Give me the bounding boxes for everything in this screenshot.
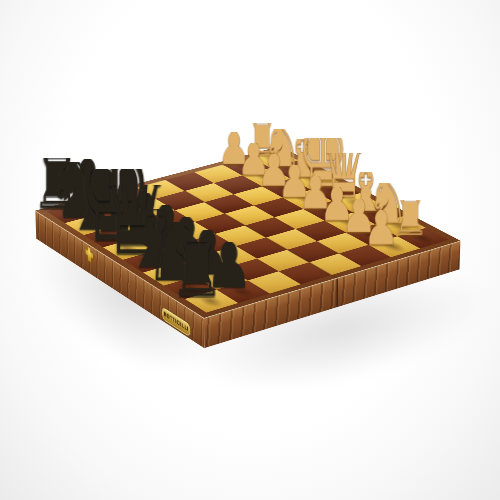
black-rook-icon: ♜	[154, 220, 240, 309]
piece-white-pawn[interactable]: ♟	[340, 210, 422, 250]
fold-seam	[335, 279, 338, 308]
piece-black-rook[interactable]: ♜	[154, 242, 240, 305]
white-pawn-icon: ♟	[340, 195, 422, 253]
chess-board: BOTTICELLI ♜♞♝♚♛♝♞♜♟♟♟♟♟♟♟♟♟♟♟♟♟♟♟♟♜♞♝♚♛…	[36, 172, 459, 347]
product-photo-stage: BOTTICELLI ♜♞♝♚♛♝♞♜♟♟♟♟♟♟♟♟♟♟♟♟♟♟♟♟♜♞♝♚♛…	[0, 0, 500, 500]
board-top: ♜♞♝♚♛♝♞♜♟♟♟♟♟♟♟♟♟♟♟♟♟♟♟♟♜♞♝♚♛♝♞♜	[35, 146, 460, 318]
photo-scene: BOTTICELLI ♜♞♝♚♛♝♞♜♟♟♟♟♟♟♟♟♟♟♟♟♟♟♟♟♜♞♝♚♛…	[0, 0, 500, 500]
